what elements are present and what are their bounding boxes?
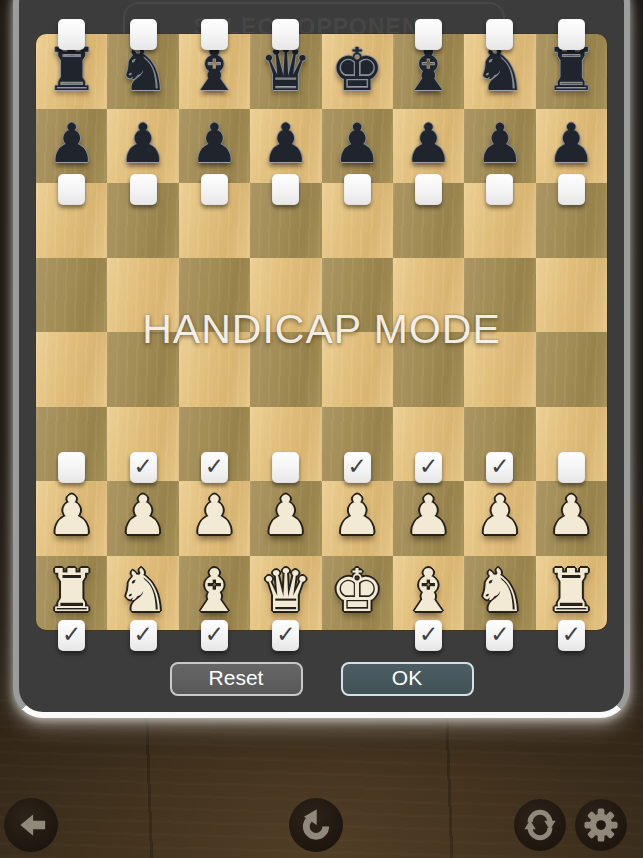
square-g2: ♟ (464, 481, 535, 556)
square-c2: ♟ (179, 481, 250, 556)
black-back-rank-checkbox-row (36, 18, 607, 50)
white-pawns-slot-a (36, 451, 107, 483)
black-pawns-checkbox-f[interactable] (415, 174, 442, 205)
square-a2: ♟ (36, 481, 107, 556)
black-pawn: ♟ (333, 117, 381, 171)
square-a7: ♟ (36, 109, 107, 184)
white-back-rank-checkbox-f[interactable]: ✓ (415, 620, 442, 651)
black-pawns-checkbox-a[interactable] (58, 174, 85, 205)
white-rook: ♜ (545, 561, 598, 620)
undo-button[interactable] (289, 798, 343, 852)
white-knight: ♞ (117, 561, 170, 620)
black-back-rank-slot-g (464, 18, 535, 50)
check-icon: ✓ (419, 621, 438, 647)
square-h2: ♟ (536, 481, 607, 556)
undo-arrow-icon (298, 807, 334, 843)
white-pawns-checkbox-e[interactable]: ✓ (344, 452, 371, 483)
black-pawns-checkbox-e[interactable] (344, 174, 371, 205)
white-pawn: ♟ (47, 489, 95, 543)
app-screen: SELECT OPPONENT ♜♞♝♛♚♝♞♜♟♟♟♟♟♟♟♟♟♟♟♟♟♟♟♟… (0, 0, 643, 858)
square-d7: ♟ (250, 109, 321, 184)
white-pawns-slot-f: ✓ (393, 451, 464, 483)
check-icon: ✓ (490, 453, 509, 479)
white-bishop: ♝ (402, 561, 455, 620)
white-pawns-checkbox-g[interactable]: ✓ (486, 452, 513, 483)
white-back-rank-checkbox-b[interactable]: ✓ (130, 620, 157, 651)
white-back-rank-slot-g: ✓ (464, 619, 535, 651)
black-pawns-checkbox-h[interactable] (558, 174, 585, 205)
white-bishop: ♝ (188, 561, 241, 620)
black-pawns-checkbox-d[interactable] (272, 174, 299, 205)
white-pawn: ♟ (190, 489, 238, 543)
square-f2: ♟ (393, 481, 464, 556)
white-pawns-checkbox-f[interactable]: ✓ (415, 452, 442, 483)
white-pawns-slot-b: ✓ (107, 451, 178, 483)
settings-button[interactable] (575, 799, 627, 851)
black-back-rank-checkbox-b[interactable] (130, 19, 157, 50)
black-back-rank-slot-e (322, 18, 393, 50)
white-back-rank-slot-d: ✓ (250, 619, 321, 651)
white-queen: ♛ (259, 561, 312, 620)
white-pawns-slot-e: ✓ (322, 451, 393, 483)
white-pawn: ♟ (333, 489, 381, 543)
black-pawns-slot-a (36, 173, 107, 205)
white-back-rank-slot-h: ✓ (536, 619, 607, 651)
check-icon: ✓ (205, 453, 224, 479)
black-back-rank-slot-d (250, 18, 321, 50)
square-f7: ♟ (393, 109, 464, 184)
check-icon: ✓ (562, 621, 581, 647)
black-pawn: ♟ (190, 117, 238, 171)
check-icon: ✓ (133, 621, 152, 647)
white-back-rank-checkbox-h[interactable]: ✓ (558, 620, 585, 651)
white-pawns-checkbox-b[interactable]: ✓ (130, 452, 157, 483)
check-icon: ✓ (419, 453, 438, 479)
black-pawns-slot-f (393, 173, 464, 205)
black-pawns-slot-e (322, 173, 393, 205)
black-back-rank-checkbox-g[interactable] (486, 19, 513, 50)
black-back-rank-slot-c (179, 18, 250, 50)
white-pawns-checkbox-d[interactable] (272, 452, 299, 483)
black-back-rank-slot-b (107, 18, 178, 50)
black-back-rank-checkbox-c[interactable] (201, 19, 228, 50)
white-pawn: ♟ (476, 489, 524, 543)
square-h7: ♟ (536, 109, 607, 184)
check-icon: ✓ (348, 453, 367, 479)
back-arrow-icon (14, 808, 48, 842)
white-back-rank-slot-b: ✓ (107, 619, 178, 651)
black-back-rank-slot-h (536, 18, 607, 50)
square-d2: ♟ (250, 481, 321, 556)
black-pawns-checkbox-c[interactable] (201, 174, 228, 205)
white-pawns-checkbox-row: ✓✓✓✓✓ (36, 451, 607, 483)
sync-icon (523, 808, 557, 842)
white-back-rank-checkbox-c[interactable]: ✓ (201, 620, 228, 651)
white-pawn: ♟ (404, 489, 452, 543)
white-pawns-slot-d (250, 451, 321, 483)
handicap-dialog: SELECT OPPONENT ♜♞♝♛♚♝♞♜♟♟♟♟♟♟♟♟♟♟♟♟♟♟♟♟… (13, 0, 630, 718)
black-pawn: ♟ (119, 117, 167, 171)
black-pawn: ♟ (404, 117, 452, 171)
black-pawns-checkbox-g[interactable] (486, 174, 513, 205)
white-pawns-checkbox-h[interactable] (558, 452, 585, 483)
black-pawns-slot-g (464, 173, 535, 205)
dialog-buttons: Reset OK (36, 662, 607, 696)
square-b2: ♟ (107, 481, 178, 556)
black-back-rank-checkbox-d[interactable] (272, 19, 299, 50)
white-back-rank-slot-a: ✓ (36, 619, 107, 651)
back-button[interactable] (4, 798, 58, 852)
black-pawn: ♟ (547, 117, 595, 171)
white-back-rank-checkbox-d[interactable]: ✓ (272, 620, 299, 651)
white-back-rank-checkbox-row: ✓✓✓✓✓✓✓ (36, 619, 607, 651)
white-pawns-checkbox-a[interactable] (58, 452, 85, 483)
white-king: ♚ (331, 561, 384, 620)
gear-icon (583, 807, 619, 843)
check-icon: ✓ (133, 453, 152, 479)
black-back-rank-checkbox-f[interactable] (415, 19, 442, 50)
white-pawn: ♟ (262, 489, 310, 543)
black-back-rank-checkbox-h[interactable] (558, 19, 585, 50)
white-pawns-slot-c: ✓ (179, 451, 250, 483)
white-back-rank-slot-f: ✓ (393, 619, 464, 651)
square-e7: ♟ (322, 109, 393, 184)
square-b7: ♟ (107, 109, 178, 184)
white-back-rank-slot-e (322, 619, 393, 651)
white-knight: ♞ (473, 561, 526, 620)
white-pawns-slot-h (536, 451, 607, 483)
white-back-rank-checkbox-g[interactable]: ✓ (486, 620, 513, 651)
black-back-rank-slot-f (393, 18, 464, 50)
black-back-rank-checkbox-a[interactable] (58, 19, 85, 50)
black-pawns-slot-h (536, 173, 607, 205)
black-back-rank-slot-a (36, 18, 107, 50)
white-back-rank-checkbox-a[interactable]: ✓ (58, 620, 85, 651)
white-back-rank-slot-c: ✓ (179, 619, 250, 651)
black-pawn: ♟ (476, 117, 524, 171)
square-g7: ♟ (464, 109, 535, 184)
check-icon: ✓ (276, 621, 295, 647)
black-pawns-slot-d (250, 173, 321, 205)
square-c7: ♟ (179, 109, 250, 184)
white-pawn: ♟ (547, 489, 595, 543)
white-pawns-slot-g: ✓ (464, 451, 535, 483)
square-e2: ♟ (322, 481, 393, 556)
check-icon: ✓ (62, 621, 81, 647)
black-pawn: ♟ (47, 117, 95, 171)
black-pawns-checkbox-b[interactable] (130, 174, 157, 205)
black-pawn: ♟ (262, 117, 310, 171)
sync-button[interactable] (514, 799, 566, 851)
check-icon: ✓ (205, 621, 224, 647)
white-rook: ♜ (45, 561, 98, 620)
white-pawns-checkbox-c[interactable]: ✓ (201, 452, 228, 483)
white-pawn: ♟ (119, 489, 167, 543)
black-pawns-slot-b (107, 173, 178, 205)
ok-button[interactable]: OK (341, 662, 474, 696)
black-pawns-checkbox-row (36, 173, 607, 205)
check-icon: ✓ (490, 621, 509, 647)
handicap-mode-banner: HANDICAP MODE (36, 306, 607, 353)
black-pawns-slot-c (179, 173, 250, 205)
reset-button[interactable]: Reset (170, 662, 303, 696)
